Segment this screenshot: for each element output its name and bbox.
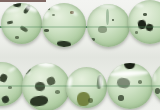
inclusion (88, 98, 93, 103)
inclusion (66, 67, 74, 73)
bead-T3 (87, 4, 130, 47)
specular-highlight (37, 63, 55, 68)
drill-line (87, 26, 130, 28)
specular-highlight (98, 4, 116, 9)
inclusion (46, 7, 50, 10)
specular-highlight (26, 71, 32, 77)
specular-highlight (8, 66, 16, 73)
inclusion (112, 19, 114, 21)
drill-line (128, 26, 161, 28)
specular-highlight (153, 72, 156, 82)
inclusion (13, 3, 22, 8)
inclusion (1, 95, 10, 104)
inclusion (7, 21, 13, 25)
bead-B2 (22, 63, 70, 110)
bead-T1 (1, 3, 42, 44)
inclusion (52, 14, 55, 16)
inclusion (118, 95, 124, 101)
specular-highlight (4, 8, 20, 13)
inclusion (143, 13, 147, 16)
specular-highlight (50, 3, 61, 10)
specular-highlight (72, 10, 79, 16)
inclusion (123, 63, 135, 69)
drill-line (1, 26, 42, 28)
drill-line (107, 85, 153, 87)
inclusion (135, 31, 138, 34)
specular-highlight (98, 74, 103, 88)
inclusion (15, 36, 19, 39)
drill-line (22, 85, 70, 87)
bead-B1 (0, 62, 24, 106)
drill-line (42, 26, 86, 28)
inclusion (34, 81, 45, 92)
specular-highlight (42, 10, 50, 19)
inclusion (55, 90, 60, 94)
inclusion (145, 23, 154, 32)
beads-photo: Close-up photo of two strands of round f… (0, 0, 160, 110)
inclusion (106, 9, 109, 25)
inclusion (29, 95, 48, 107)
inclusion (116, 77, 131, 89)
drill-line (152, 85, 160, 87)
bead-T4 (128, 0, 161, 44)
specular-highlight (132, 2, 145, 9)
inclusion (138, 80, 142, 84)
inclusion (44, 29, 49, 32)
inclusion (155, 88, 160, 94)
bead-B3 (66, 67, 107, 108)
inclusion (57, 40, 71, 47)
inclusion (91, 38, 95, 41)
bead-B5 (152, 61, 160, 105)
bead-B4 (107, 63, 153, 109)
drill-line (0, 85, 24, 87)
bead-T2 (42, 3, 86, 47)
cropped-edge-strip (0, 0, 46, 2)
inclusion (0, 73, 8, 83)
